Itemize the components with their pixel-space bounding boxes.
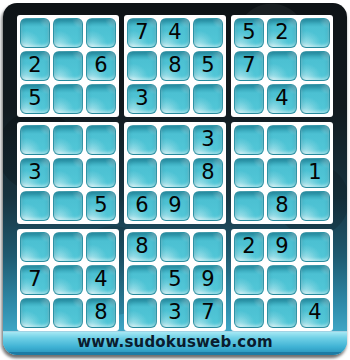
- cell-r6c6[interactable]: [193, 191, 223, 221]
- cell-r4c3[interactable]: [86, 125, 116, 155]
- cell-r9c5[interactable]: 3: [160, 298, 190, 328]
- cell-r3c7[interactable]: [234, 84, 264, 114]
- cell-r8c8[interactable]: [267, 265, 297, 295]
- footer-bar: www.sudokusweb.com: [3, 331, 347, 355]
- cell-r6c1[interactable]: [20, 191, 50, 221]
- page: 2657485352743538691874885937294 www.sudo…: [0, 0, 350, 360]
- cell-r1c2[interactable]: [53, 18, 83, 48]
- given-digit: 8: [94, 302, 107, 323]
- cell-r3c9[interactable]: [300, 84, 330, 114]
- given-digit: 5: [242, 22, 255, 43]
- cell-r7c9[interactable]: [300, 232, 330, 262]
- given-digit: 9: [275, 236, 288, 257]
- cell-r7c4[interactable]: 8: [127, 232, 157, 262]
- cell-r4c6[interactable]: 3: [193, 125, 223, 155]
- cell-r4c7[interactable]: [234, 125, 264, 155]
- cell-r9c4[interactable]: [127, 298, 157, 328]
- given-digit: 5: [94, 195, 107, 216]
- given-digit: 3: [168, 302, 181, 323]
- given-digit: 8: [135, 236, 148, 257]
- cell-r5c2[interactable]: [53, 158, 83, 188]
- given-digit: 9: [201, 269, 214, 290]
- cell-r3c2[interactable]: [53, 84, 83, 114]
- block-1-2: 74853: [124, 15, 226, 117]
- cell-r2c4[interactable]: [127, 51, 157, 81]
- sudoku-board: 2657485352743538691874885937294 www.sudo…: [3, 3, 347, 355]
- cell-r6c7[interactable]: [234, 191, 264, 221]
- cell-r9c6[interactable]: 7: [193, 298, 223, 328]
- given-digit: 4: [94, 269, 107, 290]
- cell-r9c1[interactable]: [20, 298, 50, 328]
- given-digit: 1: [308, 162, 321, 183]
- cell-r3c1[interactable]: 5: [20, 84, 50, 114]
- cell-r4c4[interactable]: [127, 125, 157, 155]
- cell-r2c9[interactable]: [300, 51, 330, 81]
- given-digit: 8: [168, 55, 181, 76]
- given-digit: 2: [28, 55, 41, 76]
- cell-r3c4[interactable]: 3: [127, 84, 157, 114]
- given-digit: 3: [201, 129, 214, 150]
- block-3-3: 294: [231, 229, 333, 331]
- cell-r7c8[interactable]: 9: [267, 232, 297, 262]
- cell-r7c7[interactable]: 2: [234, 232, 264, 262]
- cell-r5c4[interactable]: [127, 158, 157, 188]
- cell-r8c3[interactable]: 4: [86, 265, 116, 295]
- given-digit: 6: [135, 195, 148, 216]
- cell-r7c2[interactable]: [53, 232, 83, 262]
- block-2-3: 18: [231, 122, 333, 224]
- cell-r6c2[interactable]: [53, 191, 83, 221]
- cell-r8c9[interactable]: [300, 265, 330, 295]
- cell-r1c6[interactable]: [193, 18, 223, 48]
- given-digit: 3: [135, 88, 148, 109]
- cell-r8c5[interactable]: 5: [160, 265, 190, 295]
- cell-r8c4[interactable]: [127, 265, 157, 295]
- cell-r1c3[interactable]: [86, 18, 116, 48]
- given-digit: 5: [168, 269, 181, 290]
- cell-r7c1[interactable]: [20, 232, 50, 262]
- cell-r1c4[interactable]: 7: [127, 18, 157, 48]
- cell-r3c8[interactable]: 4: [267, 84, 297, 114]
- given-digit: 7: [135, 22, 148, 43]
- site-url-link[interactable]: www.sudokusweb.com: [77, 333, 272, 351]
- block-3-2: 85937: [124, 229, 226, 331]
- given-digit: 8: [201, 162, 214, 183]
- given-digit: 8: [275, 195, 288, 216]
- given-digit: 4: [275, 88, 288, 109]
- cell-r9c2[interactable]: [53, 298, 83, 328]
- cell-r1c1[interactable]: [20, 18, 50, 48]
- given-digit: 6: [94, 55, 107, 76]
- cell-r7c6[interactable]: [193, 232, 223, 262]
- block-1-3: 5274: [231, 15, 333, 117]
- cell-r2c1[interactable]: 2: [20, 51, 50, 81]
- cell-r4c1[interactable]: [20, 125, 50, 155]
- cell-r3c3[interactable]: [86, 84, 116, 114]
- cell-r2c7[interactable]: 7: [234, 51, 264, 81]
- cell-r9c3[interactable]: 8: [86, 298, 116, 328]
- given-digit: 2: [242, 236, 255, 257]
- cell-r8c6[interactable]: 9: [193, 265, 223, 295]
- cell-r9c9[interactable]: 4: [300, 298, 330, 328]
- cell-r5c5[interactable]: [160, 158, 190, 188]
- cell-r4c9[interactable]: [300, 125, 330, 155]
- cell-r4c5[interactable]: [160, 125, 190, 155]
- cell-r1c9[interactable]: [300, 18, 330, 48]
- cell-r1c7[interactable]: 5: [234, 18, 264, 48]
- cell-r6c8[interactable]: 8: [267, 191, 297, 221]
- block-1-1: 265: [17, 15, 119, 117]
- given-digit: 7: [201, 302, 214, 323]
- cell-r4c8[interactable]: [267, 125, 297, 155]
- cell-r5c1[interactable]: 3: [20, 158, 50, 188]
- cell-r9c8[interactable]: [267, 298, 297, 328]
- cell-r7c3[interactable]: [86, 232, 116, 262]
- cell-r6c4[interactable]: 6: [127, 191, 157, 221]
- cell-r2c6[interactable]: 5: [193, 51, 223, 81]
- cell-r2c3[interactable]: 6: [86, 51, 116, 81]
- cell-r5c7[interactable]: [234, 158, 264, 188]
- cell-r3c5[interactable]: [160, 84, 190, 114]
- cell-r6c3[interactable]: 5: [86, 191, 116, 221]
- cell-r5c8[interactable]: [267, 158, 297, 188]
- given-digit: 7: [242, 55, 255, 76]
- block-2-1: 35: [17, 122, 119, 224]
- given-digit: 3: [28, 162, 41, 183]
- cell-r5c9[interactable]: 1: [300, 158, 330, 188]
- cell-r4c2[interactable]: [53, 125, 83, 155]
- cell-r5c3[interactable]: [86, 158, 116, 188]
- cell-r6c9[interactable]: [300, 191, 330, 221]
- cell-r2c8[interactable]: [267, 51, 297, 81]
- sudoku-board-grid: 2657485352743538691874885937294: [17, 15, 333, 331]
- given-digit: 5: [28, 88, 41, 109]
- cell-r8c2[interactable]: [53, 265, 83, 295]
- block-3-1: 748: [17, 229, 119, 331]
- cell-r2c2[interactable]: [53, 51, 83, 81]
- cell-r9c7[interactable]: [234, 298, 264, 328]
- given-digit: 2: [275, 22, 288, 43]
- cell-r6c5[interactable]: 9: [160, 191, 190, 221]
- cell-r3c6[interactable]: [193, 84, 223, 114]
- block-2-2: 3869: [124, 122, 226, 224]
- given-digit: 4: [168, 22, 181, 43]
- cell-r8c1[interactable]: 7: [20, 265, 50, 295]
- cell-r1c8[interactable]: 2: [267, 18, 297, 48]
- given-digit: 4: [308, 302, 321, 323]
- cell-r8c7[interactable]: [234, 265, 264, 295]
- given-digit: 9: [168, 195, 181, 216]
- given-digit: 5: [201, 55, 214, 76]
- given-digit: 7: [28, 269, 41, 290]
- cell-r1c5[interactable]: 4: [160, 18, 190, 48]
- cell-r2c5[interactable]: 8: [160, 51, 190, 81]
- cell-r5c6[interactable]: 8: [193, 158, 223, 188]
- cell-r7c5[interactable]: [160, 232, 190, 262]
